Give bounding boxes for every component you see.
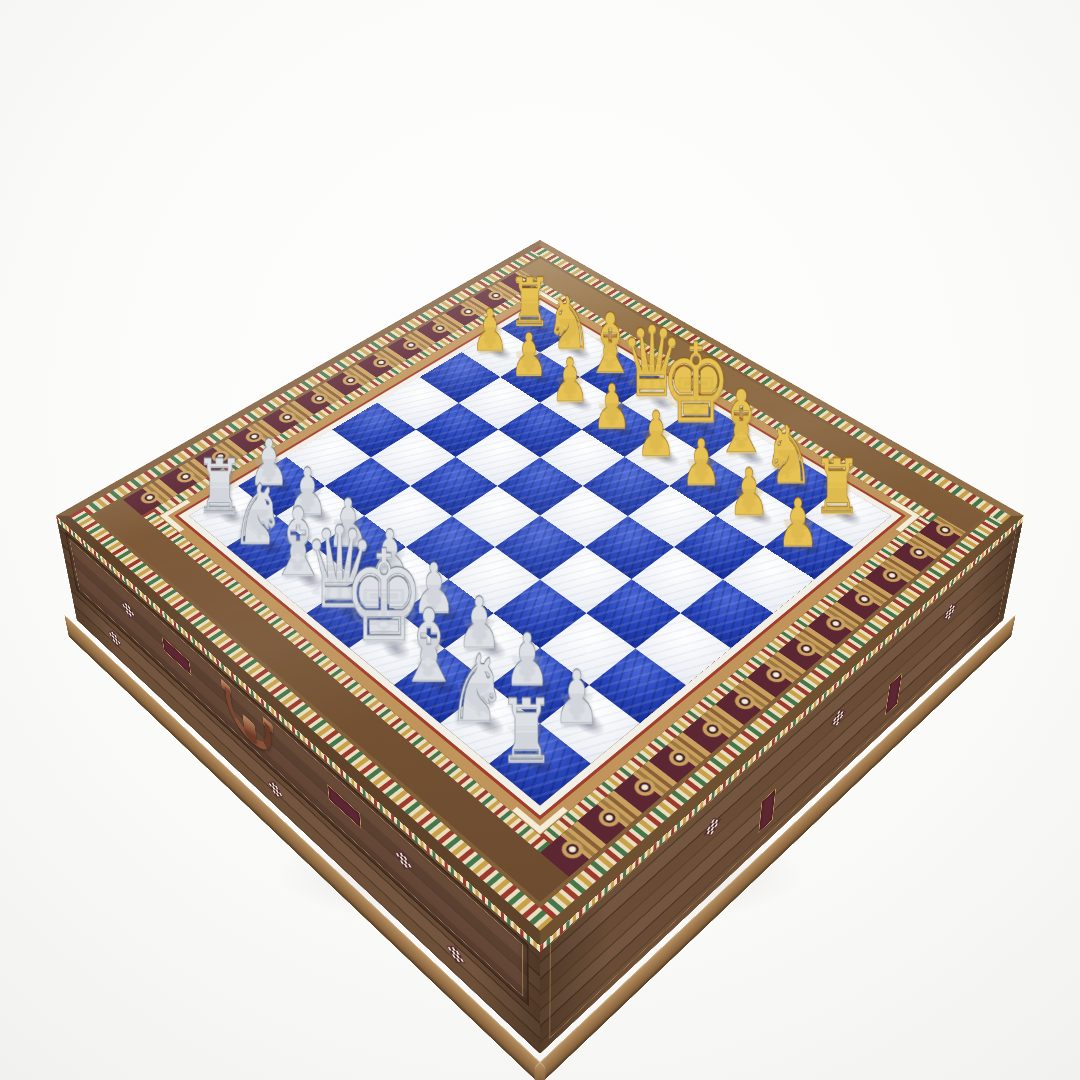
piece-gold-pawn[interactable]: ♟ bbox=[472, 303, 509, 358]
photo-stage: ♜♞♝♛♚♝♞♜♟♟♟♟♟♟♟♟♟♟♟♟♟♟♟♟♜♞♝♛♚♝♞♜ bbox=[0, 0, 1080, 1080]
piece-gold-pawn[interactable]: ♟ bbox=[510, 327, 548, 383]
piece-gold-pawn[interactable]: ♟ bbox=[681, 433, 722, 493]
piece-silver-pawn[interactable]: ♟ bbox=[553, 663, 600, 733]
scene: ♜♞♝♛♚♝♞♜♟♟♟♟♟♟♟♟♟♟♟♟♟♟♟♟♜♞♝♛♚♝♞♜ bbox=[0, 0, 1080, 1080]
star-mosaic-icon bbox=[268, 781, 284, 797]
star-mosaic-icon bbox=[446, 946, 465, 963]
square-f6[interactable] bbox=[628, 486, 716, 547]
piece-gold-pawn[interactable]: ♟ bbox=[777, 492, 820, 555]
piece-gold-pawn[interactable]: ♟ bbox=[551, 352, 590, 409]
box-top: ♜♞♝♛♚♝♞♜♟♟♟♟♟♟♟♟♟♟♟♟♟♟♟♟♜♞♝♛♚♝♞♜ bbox=[56, 240, 1024, 946]
star-mosaic-icon bbox=[108, 630, 121, 646]
piece-gold-pawn[interactable]: ♟ bbox=[593, 378, 632, 436]
piece-gold-knight[interactable]: ♞ bbox=[763, 417, 815, 493]
piece-silver-rook[interactable]: ♜ bbox=[498, 690, 555, 774]
piece-gold-pawn[interactable]: ♟ bbox=[728, 462, 770, 524]
piece-gold-rook[interactable]: ♜ bbox=[813, 451, 862, 523]
piece-gold-pawn[interactable]: ♟ bbox=[636, 405, 676, 464]
chess-box: ♜♞♝♛♚♝♞♜♟♟♟♟♟♟♟♟♟♟♟♟♟♟♟♟♜♞♝♛♚♝♞♜ bbox=[56, 240, 1024, 946]
